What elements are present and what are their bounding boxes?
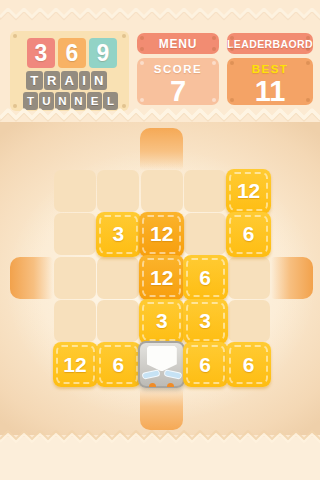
tunnel-left bbox=[10, 257, 53, 299]
board-cell: 6 bbox=[184, 257, 226, 299]
rivet bbox=[306, 98, 310, 102]
train-roof bbox=[147, 346, 177, 372]
tile-12[interactable]: 12 bbox=[53, 342, 98, 387]
tile-12[interactable]: 12 bbox=[226, 169, 271, 214]
tile-3[interactable]: 3 bbox=[183, 299, 228, 344]
logo-letter: L bbox=[103, 92, 118, 110]
best-value: 11 bbox=[227, 77, 313, 106]
rivet bbox=[140, 47, 144, 51]
rivet bbox=[230, 98, 234, 102]
logo-letter: I bbox=[79, 71, 90, 90]
logo-panel: 3 6 9 TRAIN TUNNEL bbox=[10, 31, 129, 111]
logo-letter: U bbox=[39, 92, 54, 110]
rivet bbox=[13, 34, 17, 38]
rivet bbox=[212, 98, 216, 102]
board-grid[interactable]: 1231261263312666 bbox=[54, 170, 270, 386]
logo-digits: 3 6 9 bbox=[27, 38, 117, 68]
board-cell: 12 bbox=[54, 344, 96, 386]
tunnel-right bbox=[271, 257, 313, 299]
board-cell bbox=[184, 170, 226, 212]
train-tile[interactable] bbox=[138, 341, 185, 388]
board-cell: 6 bbox=[184, 344, 226, 386]
score-value: 7 bbox=[137, 77, 219, 106]
logo-letter: E bbox=[87, 92, 102, 110]
tile-12[interactable]: 12 bbox=[139, 212, 184, 257]
logo-digit-6: 6 bbox=[58, 38, 86, 68]
board-cell bbox=[184, 213, 226, 255]
logo-digit-3: 3 bbox=[27, 38, 55, 68]
menu-button[interactable]: MENU bbox=[137, 33, 219, 54]
tile-3[interactable]: 3 bbox=[139, 299, 184, 344]
tile-12[interactable]: 12 bbox=[139, 255, 184, 300]
rivet bbox=[212, 61, 216, 65]
logo-digit-9: 9 bbox=[89, 38, 117, 68]
game-screen: 3 6 9 TRAIN TUNNEL MENU LEADERBAORD SCOR… bbox=[0, 0, 320, 480]
logo-letter: A bbox=[61, 71, 78, 90]
train-buffer-right bbox=[167, 383, 174, 387]
board-cell bbox=[141, 344, 183, 386]
rivet bbox=[230, 61, 234, 65]
leaderboard-button-label: LEADERBAORD bbox=[227, 38, 313, 50]
rivet bbox=[212, 36, 216, 40]
rivet bbox=[306, 61, 310, 65]
train-windshield-left bbox=[141, 369, 160, 379]
best-label: BEST bbox=[227, 63, 313, 75]
board-cell bbox=[228, 257, 270, 299]
train-windshield-right bbox=[163, 369, 182, 379]
logo-letter: T bbox=[26, 71, 43, 90]
board-cell: 6 bbox=[97, 344, 139, 386]
logo-letter: R bbox=[44, 71, 61, 90]
rivet bbox=[140, 98, 144, 102]
rivet bbox=[306, 47, 310, 51]
logo-letter: N bbox=[71, 92, 86, 110]
train-buffer-left bbox=[149, 383, 156, 387]
rivet bbox=[230, 47, 234, 51]
tile-6[interactable]: 6 bbox=[226, 342, 271, 387]
rivet bbox=[13, 104, 17, 108]
board-cell bbox=[54, 170, 96, 212]
rivet bbox=[122, 34, 126, 38]
logo-word-tunnel: TUNNEL bbox=[23, 92, 118, 110]
tunnel-bottom bbox=[140, 388, 183, 430]
board-cell bbox=[228, 300, 270, 342]
footer-strip bbox=[0, 437, 320, 480]
board-cell: 6 bbox=[228, 344, 270, 386]
rivet bbox=[140, 36, 144, 40]
board-cell bbox=[97, 257, 139, 299]
best-panel: BEST 11 bbox=[227, 58, 313, 105]
tile-6[interactable]: 6 bbox=[226, 212, 271, 257]
board-cell: 6 bbox=[228, 213, 270, 255]
logo-word-train: TRAIN bbox=[26, 71, 107, 90]
board-cell: 12 bbox=[141, 257, 183, 299]
logo-letter: N bbox=[55, 92, 70, 110]
board-cell bbox=[54, 213, 96, 255]
board-cell bbox=[54, 257, 96, 299]
board-cell bbox=[97, 300, 139, 342]
tile-6[interactable]: 6 bbox=[96, 342, 141, 387]
menu-button-label: MENU bbox=[159, 37, 198, 51]
rivet bbox=[230, 36, 234, 40]
board-cell bbox=[141, 170, 183, 212]
logo-letter: T bbox=[23, 92, 38, 110]
board-area[interactable]: 1231261263312666 bbox=[0, 122, 320, 435]
score-panel: SCORE 7 bbox=[137, 58, 219, 105]
logo-letter: N bbox=[91, 71, 108, 90]
tile-3[interactable]: 3 bbox=[96, 212, 141, 257]
rivet bbox=[140, 61, 144, 65]
tile-6[interactable]: 6 bbox=[183, 342, 228, 387]
rivet bbox=[122, 104, 126, 108]
board-cell: 12 bbox=[141, 213, 183, 255]
board-cell bbox=[54, 300, 96, 342]
board-cell: 3 bbox=[97, 213, 139, 255]
board-cell bbox=[97, 170, 139, 212]
board-cell: 3 bbox=[184, 300, 226, 342]
tunnel-top bbox=[140, 128, 183, 170]
score-label: SCORE bbox=[137, 63, 219, 75]
board-cell: 3 bbox=[141, 300, 183, 342]
rivet bbox=[212, 47, 216, 51]
rivet bbox=[306, 36, 310, 40]
board-cell: 12 bbox=[228, 170, 270, 212]
tile-6[interactable]: 6 bbox=[183, 255, 228, 300]
leaderboard-button[interactable]: LEADERBAORD bbox=[227, 33, 313, 54]
zigzag-top bbox=[0, 8, 320, 24]
